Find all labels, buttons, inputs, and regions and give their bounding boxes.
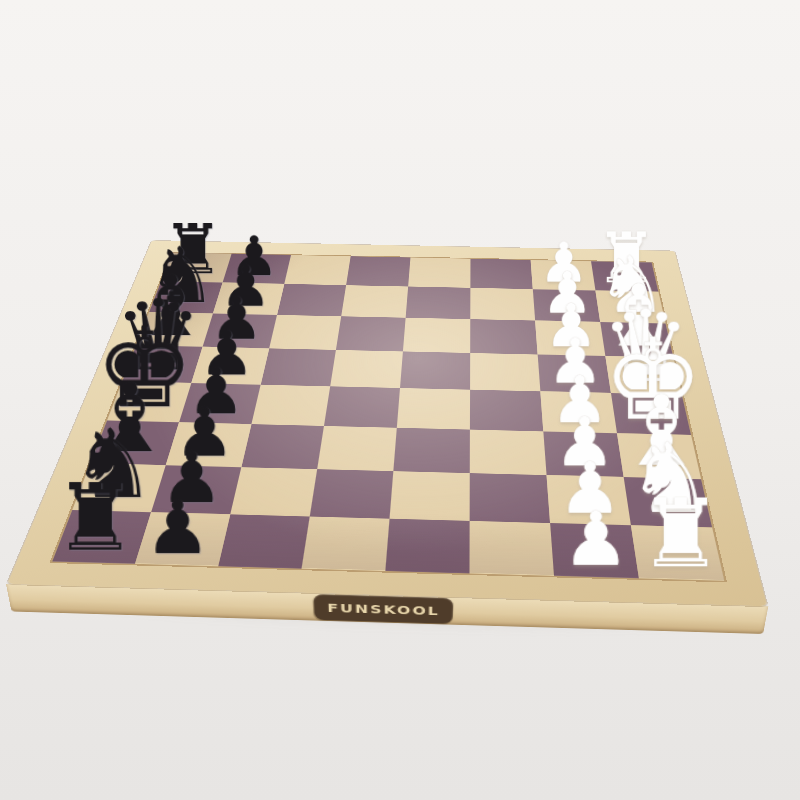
square-e5[interactable] [324,386,400,427]
square-e4[interactable] [397,388,470,430]
brand-plaque-text: FUNSKOOL [327,601,440,618]
square-g5[interactable] [310,469,394,519]
square-b4[interactable] [406,286,471,319]
square-e6[interactable] [251,385,330,426]
square-h8[interactable]: ♜ [52,510,151,564]
square-c5[interactable] [336,316,406,351]
square-h5[interactable] [302,517,390,572]
board-grid: ♜♟♟♜♞♟♟♞♝♟♟♝♛♟♟♛♚♟♟♚♝♟♟♝♞♟♟♞♜♟♟♜ [52,253,724,581]
square-a5[interactable] [346,256,410,286]
square-c3[interactable] [470,319,537,354]
square-h1[interactable]: ♜ [631,525,724,580]
square-f3[interactable] [470,430,547,476]
square-d4[interactable] [400,351,470,389]
product-photo-scene: ♜♟♟♜♞♟♟♞♝♟♟♝♛♟♟♛♚♟♟♚♝♟♟♝♞♟♟♞♜♟♟♜ FUNSKOO… [0,0,800,800]
square-b6[interactable] [277,284,346,316]
square-d6[interactable] [261,348,336,386]
piece-white-pawn[interactable]: ♟ [563,505,630,576]
frame-front-face: FUNSKOOL [6,584,769,634]
square-f6[interactable] [241,424,324,469]
square-c6[interactable] [269,315,341,350]
piece-black-rook[interactable]: ♜ [54,474,137,562]
square-f5[interactable] [317,426,397,471]
square-a3[interactable] [470,259,532,289]
square-h7[interactable]: ♟ [135,512,230,566]
square-c4[interactable] [403,318,470,353]
square-g6[interactable] [230,467,317,516]
square-g4[interactable] [390,471,470,521]
square-g3[interactable] [470,473,550,523]
square-h4[interactable] [385,519,469,574]
square-e3[interactable] [470,390,543,432]
brand-plaque: FUNSKOOL [313,594,453,624]
square-h3[interactable] [469,521,554,576]
square-b5[interactable] [341,285,408,318]
piece-white-rook[interactable]: ♜ [638,489,722,578]
square-b3[interactable] [470,288,535,321]
piece-black-pawn[interactable]: ♟ [145,494,211,564]
square-a6[interactable] [284,255,350,285]
square-h2[interactable]: ♟ [550,523,639,578]
square-d5[interactable] [330,350,403,388]
square-h6[interactable] [218,514,310,568]
square-f4[interactable] [393,428,470,473]
chess-board-frame: ♜♟♟♜♞♟♟♞♝♟♟♝♛♟♟♛♚♟♟♚♝♟♟♝♞♟♟♞♜♟♟♜ FUNSKOO… [7,241,767,607]
square-d3[interactable] [470,353,540,391]
square-a4[interactable] [408,258,470,288]
